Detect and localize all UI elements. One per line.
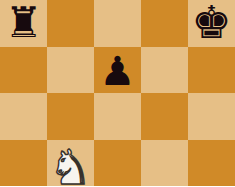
square-r2c3[interactable]: ♟ [94,47,141,94]
square-r4c5[interactable] [188,140,235,187]
square-r4c1[interactable] [0,140,47,187]
square-r2c1[interactable] [0,47,47,94]
square-r4c3[interactable] [94,140,141,187]
square-r3c5[interactable] [188,93,235,140]
square-r3c3[interactable] [94,93,141,140]
square-r1c4[interactable] [141,0,188,47]
square-r1c5[interactable]: ♚ [188,0,235,47]
square-r3c4[interactable] [141,93,188,140]
square-r1c3[interactable] [94,0,141,47]
square-r2c2[interactable] [47,47,94,94]
square-r1c2[interactable] [47,0,94,47]
square-r2c5[interactable] [188,47,235,94]
chess-board: ♜♚♟♞ [0,0,235,186]
white-knight-piece[interactable]: ♞ [49,143,92,186]
black-pawn-piece[interactable]: ♟ [100,51,136,91]
chess-board-viewport: ♜♚♟♞ [0,0,235,186]
square-r4c4[interactable] [141,140,188,187]
square-r4c2[interactable]: ♞ [47,140,94,187]
black-king-piece[interactable]: ♚ [191,0,231,45]
square-r1c1[interactable]: ♜ [0,0,47,47]
black-rook-piece[interactable]: ♜ [5,2,43,44]
square-r3c2[interactable] [47,93,94,140]
square-r3c1[interactable] [0,93,47,140]
square-r2c4[interactable] [141,47,188,94]
